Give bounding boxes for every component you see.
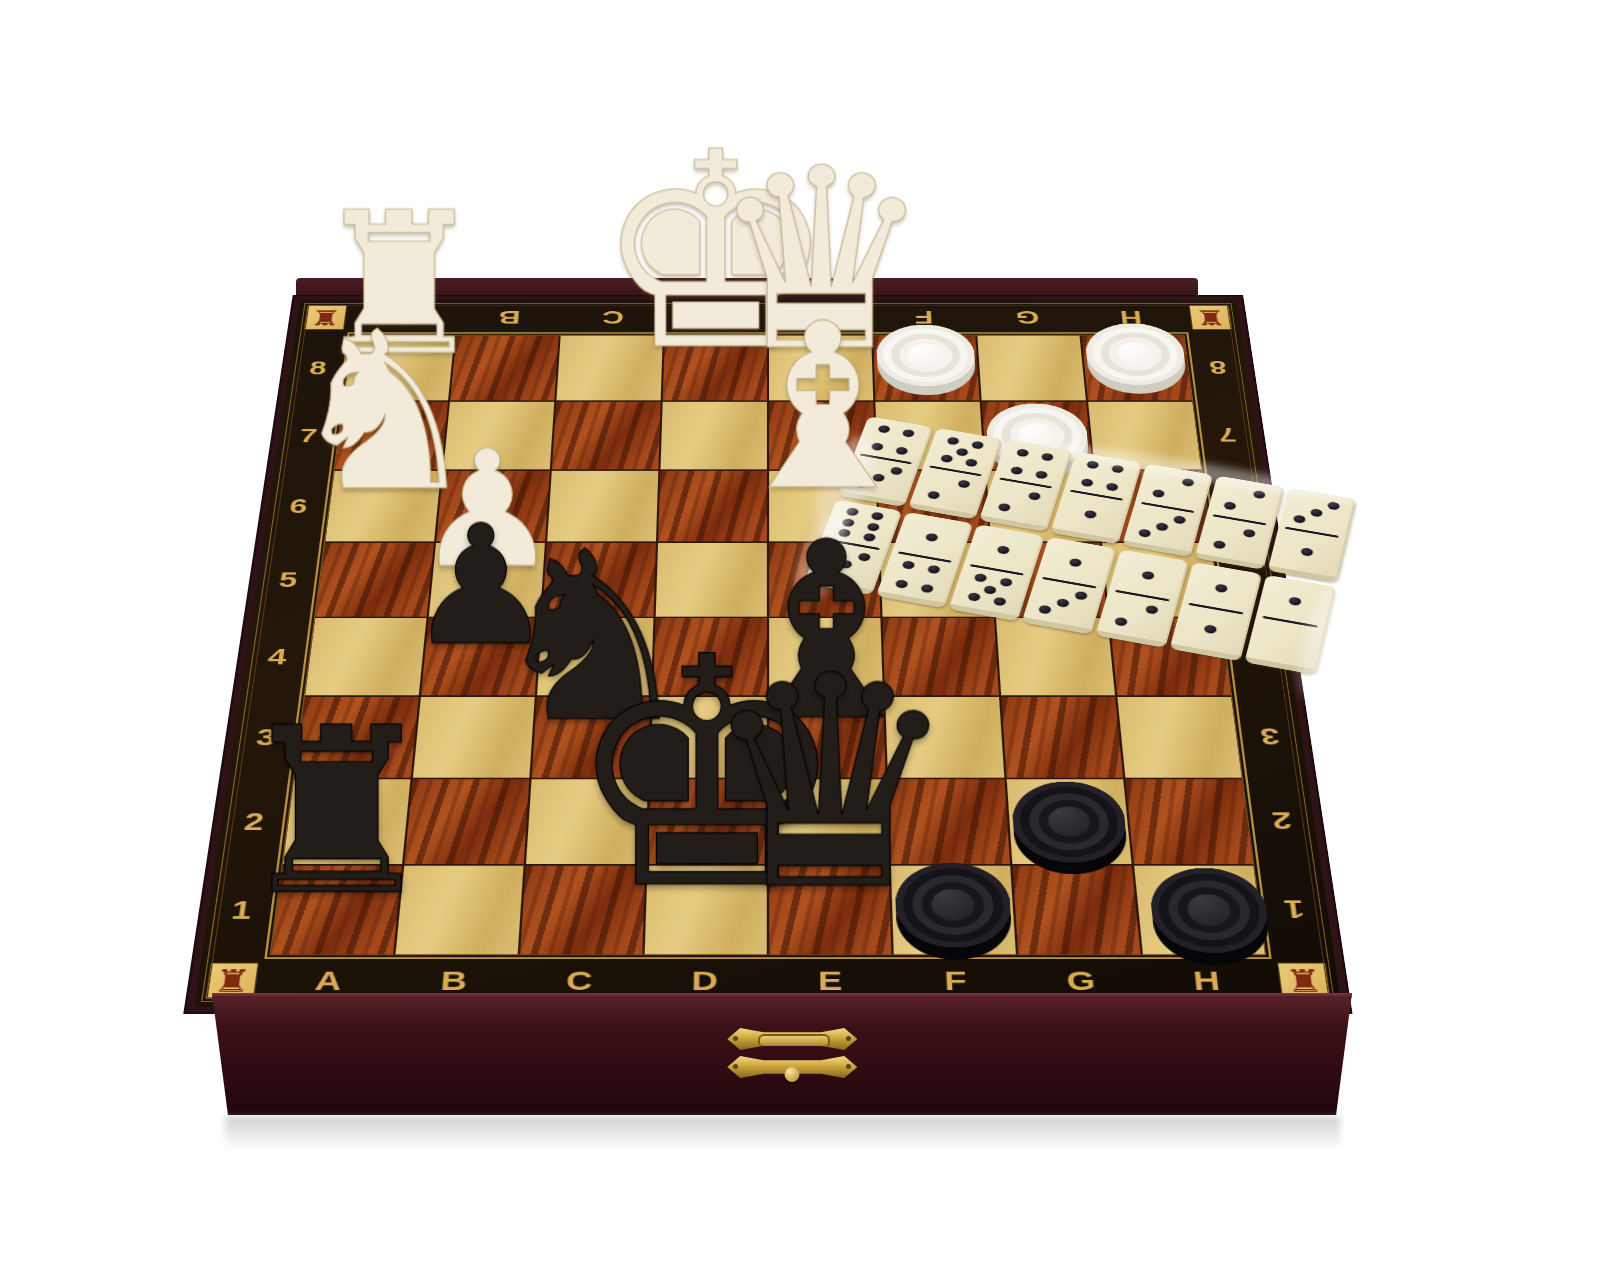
pip bbox=[1293, 515, 1307, 524]
pip bbox=[1327, 501, 1340, 510]
clasp-bar bbox=[758, 1034, 830, 1049]
pip bbox=[1300, 547, 1314, 557]
wooden-box-front bbox=[212, 993, 1352, 1115]
pip bbox=[1288, 596, 1302, 606]
board-tilt-plane: ♜ABCDEFGH♜8877665544332211♜ABCDEFGH♜ ♜♚♛… bbox=[194, 300, 1342, 1007]
clasp-knob bbox=[785, 1067, 800, 1082]
piece-glyph: ♜ bbox=[234, 715, 440, 910]
product-photo-stage: ♜ABCDEFGH♜8877665544332211♜ABCDEFGH♜ ♜♚♛… bbox=[0, 0, 1600, 1285]
chess-pieces-layer: ♜♚♛♞♝♟♟♞♝♜♚♛ bbox=[194, 300, 1342, 1007]
domino-3-1[interactable] bbox=[1268, 488, 1357, 583]
pip bbox=[1310, 508, 1323, 517]
piece-glyph: ♝ bbox=[720, 311, 925, 506]
black-queen-e1[interactable]: ♛ bbox=[768, 821, 891, 909]
clasp-upper-plate bbox=[727, 1027, 857, 1051]
black-rook-a1[interactable]: ♜ bbox=[276, 821, 408, 909]
brass-clasp[interactable] bbox=[727, 1027, 857, 1083]
piece-glyph: ♛ bbox=[698, 661, 960, 910]
board-scene: ♜ABCDEFGH♜8877665544332211♜ABCDEFGH♜ ♜♚♛… bbox=[300, 300, 1236, 1020]
table-reflection bbox=[225, 1116, 1340, 1150]
